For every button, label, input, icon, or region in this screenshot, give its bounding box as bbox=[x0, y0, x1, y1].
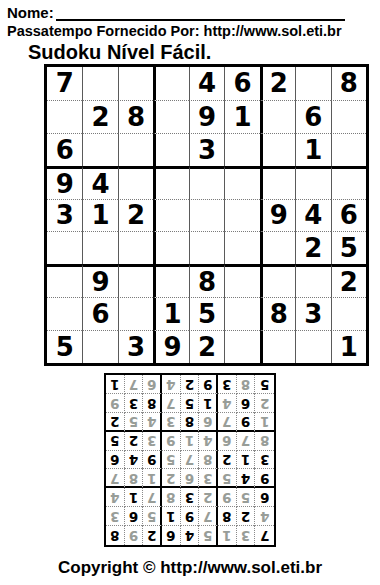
cell-r5c4 bbox=[153, 199, 188, 232]
cell-r1c5: 4 bbox=[189, 67, 224, 100]
cell-r6c1 bbox=[47, 231, 82, 264]
cell-r1c2 bbox=[82, 67, 117, 100]
cell-r5c9: 6 bbox=[331, 199, 366, 232]
cell-r8c2: 6 bbox=[237, 394, 256, 413]
cell-r1c8 bbox=[295, 67, 330, 100]
cell-r7c7 bbox=[260, 264, 295, 297]
cell-r8c7: 8 bbox=[260, 297, 295, 330]
cell-r9c8 bbox=[295, 330, 330, 363]
cell-r6c3 bbox=[118, 231, 153, 264]
cell-r7c5: 8 bbox=[189, 264, 224, 297]
cell-r7c1: 1 bbox=[255, 413, 274, 432]
cell-r6c8: 2 bbox=[125, 432, 144, 451]
cell-r8c8: 3 bbox=[295, 297, 330, 330]
cell-r8c9 bbox=[331, 297, 366, 330]
cell-r9c4: 9 bbox=[153, 330, 188, 363]
cell-r9c7 bbox=[260, 330, 295, 363]
cell-r8c9: 9 bbox=[106, 394, 125, 413]
cell-r1c7: 2 bbox=[143, 526, 162, 545]
cell-r2c6: 1 bbox=[224, 100, 259, 133]
cell-r7c5: 8 bbox=[181, 413, 200, 432]
cell-r6c9: 5 bbox=[331, 231, 366, 264]
cell-r1c4 bbox=[153, 67, 188, 100]
cell-r7c2: 9 bbox=[237, 413, 256, 432]
cell-r3c5: 3 bbox=[189, 133, 224, 166]
cell-r2c4 bbox=[153, 100, 188, 133]
cell-r2c9: 3 bbox=[106, 507, 125, 526]
cell-r3c3 bbox=[118, 133, 153, 166]
cell-r8c4: 1 bbox=[199, 394, 218, 413]
cell-r7c1 bbox=[47, 264, 82, 297]
cell-r3c4: 2 bbox=[199, 488, 218, 507]
cell-r5c4: 8 bbox=[199, 451, 218, 470]
cell-r9c9: 1 bbox=[106, 375, 125, 394]
cell-r8c7: 8 bbox=[143, 394, 162, 413]
cell-r8c6: 7 bbox=[162, 394, 181, 413]
name-row: Nome: bbox=[0, 0, 380, 21]
cell-r7c6 bbox=[224, 264, 259, 297]
cell-r4c1: 9 bbox=[47, 166, 82, 199]
cell-r2c1 bbox=[47, 100, 82, 133]
cell-r2c5: 9 bbox=[189, 100, 224, 133]
cell-r1c6: 6 bbox=[162, 526, 181, 545]
cell-r1c8: 9 bbox=[125, 526, 144, 545]
cell-r1c9: 8 bbox=[331, 67, 366, 100]
cell-r4c1: 9 bbox=[255, 469, 274, 488]
cell-r4c6 bbox=[224, 166, 259, 199]
cell-r8c3 bbox=[118, 297, 153, 330]
solution-area: 7315462984287915636592387149453621873128… bbox=[0, 373, 380, 547]
cell-r8c1: 2 bbox=[255, 394, 274, 413]
cell-r5c7: 9 bbox=[260, 199, 295, 232]
cell-r9c6 bbox=[224, 330, 259, 363]
cell-r9c1: 5 bbox=[255, 375, 274, 394]
cell-r2c9 bbox=[331, 100, 366, 133]
cell-r4c9: 7 bbox=[106, 469, 125, 488]
cell-r9c5: 2 bbox=[181, 375, 200, 394]
cell-r3c9 bbox=[331, 133, 366, 166]
cell-r3c7 bbox=[260, 133, 295, 166]
cell-r1c3 bbox=[118, 67, 153, 100]
cell-r8c1 bbox=[47, 297, 82, 330]
puzzle-title: Sudoku Nível Fácil. bbox=[0, 40, 380, 63]
cell-r9c6: 4 bbox=[162, 375, 181, 394]
cell-r9c8: 7 bbox=[125, 375, 144, 394]
cell-r5c5: 7 bbox=[181, 451, 200, 470]
cell-r4c6: 2 bbox=[162, 469, 181, 488]
cell-r2c6: 1 bbox=[162, 507, 181, 526]
cell-r3c1: 6 bbox=[47, 133, 82, 166]
cell-r9c2: 8 bbox=[237, 375, 256, 394]
cell-r2c7: 5 bbox=[143, 507, 162, 526]
cell-r8c2: 6 bbox=[82, 297, 117, 330]
cell-r6c2: 7 bbox=[237, 432, 256, 451]
cell-r5c6: 5 bbox=[162, 451, 181, 470]
cell-r6c6 bbox=[224, 231, 259, 264]
name-blank-line bbox=[56, 5, 345, 21]
copyright-text: Copyright © http://www.sol.eti.br bbox=[0, 558, 380, 578]
cell-r9c3: 3 bbox=[218, 375, 237, 394]
cell-r4c2: 4 bbox=[82, 166, 117, 199]
cell-r9c7: 6 bbox=[143, 375, 162, 394]
cell-r3c2: 5 bbox=[237, 488, 256, 507]
cell-r4c2: 4 bbox=[237, 469, 256, 488]
cell-r3c2 bbox=[82, 133, 117, 166]
cell-r7c7: 4 bbox=[143, 413, 162, 432]
cell-r2c2: 2 bbox=[237, 507, 256, 526]
cell-r1c1: 7 bbox=[47, 67, 82, 100]
cell-r4c7 bbox=[260, 166, 295, 199]
cell-r4c5 bbox=[189, 166, 224, 199]
cell-r4c8 bbox=[295, 166, 330, 199]
cell-r5c5 bbox=[189, 199, 224, 232]
cell-r6c3: 6 bbox=[218, 432, 237, 451]
name-label: Nome: bbox=[7, 4, 54, 21]
cell-r1c3: 1 bbox=[218, 526, 237, 545]
cell-r2c3: 8 bbox=[218, 507, 237, 526]
cell-r6c8: 2 bbox=[295, 231, 330, 264]
cell-r4c4: 3 bbox=[199, 469, 218, 488]
cell-r9c4: 9 bbox=[199, 375, 218, 394]
cell-r2c1: 4 bbox=[255, 507, 274, 526]
cell-r7c9: 2 bbox=[331, 264, 366, 297]
cell-r1c4: 5 bbox=[199, 526, 218, 545]
cell-r3c8: 1 bbox=[125, 488, 144, 507]
cell-r2c5: 9 bbox=[181, 507, 200, 526]
cell-r9c9: 1 bbox=[331, 330, 366, 363]
cell-r3c8: 1 bbox=[295, 133, 330, 166]
cell-r8c6 bbox=[224, 297, 259, 330]
cell-r5c2: 1 bbox=[237, 451, 256, 470]
cell-r6c7 bbox=[260, 231, 295, 264]
cell-r7c8 bbox=[295, 264, 330, 297]
cell-r5c3: 2 bbox=[218, 451, 237, 470]
cell-r4c3 bbox=[118, 166, 153, 199]
cell-r4c8: 8 bbox=[125, 469, 144, 488]
cell-r7c3 bbox=[118, 264, 153, 297]
provider-text: Passatempo Fornecido Por: http://www.sol… bbox=[0, 21, 380, 40]
cell-r3c7: 7 bbox=[143, 488, 162, 507]
cell-r5c7: 9 bbox=[143, 451, 162, 470]
cell-r5c9: 6 bbox=[106, 451, 125, 470]
cell-r2c4: 7 bbox=[199, 507, 218, 526]
cell-r3c3: 9 bbox=[218, 488, 237, 507]
cell-r9c1: 5 bbox=[47, 330, 82, 363]
cell-r7c2: 9 bbox=[82, 264, 117, 297]
cell-r3c9: 4 bbox=[106, 488, 125, 507]
cell-r8c3: 4 bbox=[218, 394, 237, 413]
cell-r6c7: 3 bbox=[143, 432, 162, 451]
cell-r9c2 bbox=[82, 330, 117, 363]
cell-r6c4 bbox=[153, 231, 188, 264]
cell-r3c6 bbox=[224, 133, 259, 166]
cell-r8c5: 5 bbox=[189, 297, 224, 330]
cell-r4c5: 6 bbox=[181, 469, 200, 488]
cell-r6c5: 1 bbox=[181, 432, 200, 451]
cell-r4c3: 5 bbox=[218, 469, 237, 488]
cell-r7c3: 7 bbox=[218, 413, 237, 432]
cell-r5c2: 1 bbox=[82, 199, 117, 232]
cell-r8c8: 3 bbox=[125, 394, 144, 413]
cell-r1c6: 6 bbox=[224, 67, 259, 100]
cell-r5c8: 4 bbox=[125, 451, 144, 470]
cell-r7c8: 5 bbox=[125, 413, 144, 432]
cell-r5c6 bbox=[224, 199, 259, 232]
cell-r2c3: 8 bbox=[118, 100, 153, 133]
cell-r1c5: 4 bbox=[181, 526, 200, 545]
cell-r2c8: 6 bbox=[125, 507, 144, 526]
cell-r4c9 bbox=[331, 166, 366, 199]
cell-r5c3: 2 bbox=[118, 199, 153, 232]
cell-r2c7 bbox=[260, 100, 295, 133]
solution-grid-rotated: 7315462984287915636592387149453621873128… bbox=[104, 373, 276, 547]
cell-r6c9: 5 bbox=[106, 432, 125, 451]
cell-r3c4 bbox=[153, 133, 188, 166]
cell-r9c5: 2 bbox=[189, 330, 224, 363]
cell-r7c4: 6 bbox=[199, 413, 218, 432]
cell-r1c9: 8 bbox=[106, 526, 125, 545]
cell-r3c1: 6 bbox=[255, 488, 274, 507]
cell-r1c1: 7 bbox=[255, 526, 274, 545]
main-sudoku-grid: 746282891663194312946259826158353921 bbox=[44, 64, 369, 366]
cell-r4c7: 1 bbox=[143, 469, 162, 488]
cell-r7c6: 3 bbox=[162, 413, 181, 432]
cell-r2c8: 6 bbox=[295, 100, 330, 133]
cell-r2c2: 2 bbox=[82, 100, 117, 133]
cell-r5c1: 3 bbox=[255, 451, 274, 470]
cell-r9c3: 3 bbox=[118, 330, 153, 363]
cell-r6c2 bbox=[82, 231, 117, 264]
cell-r4c4 bbox=[153, 166, 188, 199]
cell-r1c2: 3 bbox=[237, 526, 256, 545]
cell-r6c1: 8 bbox=[255, 432, 274, 451]
cell-r7c4 bbox=[153, 264, 188, 297]
cell-r7c9: 2 bbox=[106, 413, 125, 432]
cell-r3c5: 3 bbox=[181, 488, 200, 507]
cell-r6c6: 9 bbox=[162, 432, 181, 451]
cell-r5c1: 3 bbox=[47, 199, 82, 232]
cell-r8c5: 5 bbox=[181, 394, 200, 413]
cell-r1c7: 2 bbox=[260, 67, 295, 100]
cell-r6c5 bbox=[189, 231, 224, 264]
cell-r8c4: 1 bbox=[153, 297, 188, 330]
cell-r6c4: 4 bbox=[199, 432, 218, 451]
cell-r3c6: 8 bbox=[162, 488, 181, 507]
page: Nome: Passatempo Fornecido Por: http://w… bbox=[0, 0, 380, 585]
cell-r5c8: 4 bbox=[295, 199, 330, 232]
